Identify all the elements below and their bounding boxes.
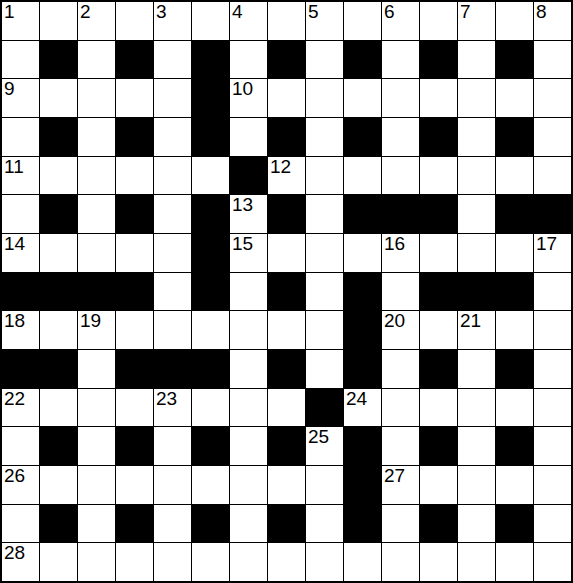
cell-r3c10[interactable]: [344, 79, 381, 117]
block-cell-r14c10: [344, 505, 381, 543]
cell-r5c13[interactable]: [458, 157, 495, 195]
cell-r6c13[interactable]: [458, 195, 495, 233]
cell-r15c12[interactable]: [420, 543, 457, 581]
cell-r14c1[interactable]: [2, 505, 39, 543]
cell-r1c13[interactable]: 7: [458, 2, 495, 40]
cell-r3c3[interactable]: [78, 79, 115, 117]
block-cell-r12c8: [268, 427, 305, 465]
cell-r1c8[interactable]: [268, 2, 305, 40]
block-cell-r2c6: [192, 41, 229, 79]
cell-r7c2[interactable]: [40, 234, 77, 272]
block-cell-r8c2: [40, 273, 77, 311]
cell-r8c7[interactable]: [230, 273, 267, 311]
cell-r11c1[interactable]: 22: [2, 389, 39, 427]
cell-r8c15[interactable]: [534, 273, 571, 311]
cell-r5c4[interactable]: [116, 157, 153, 195]
block-cell-r4c6: [192, 118, 229, 156]
cell-r13c3[interactable]: [78, 466, 115, 504]
cell-r9c1[interactable]: 18: [2, 311, 39, 349]
clue-number-14: 14: [4, 234, 25, 254]
block-cell-r2c10: [344, 41, 381, 79]
clue-number-11: 11: [4, 157, 24, 177]
cell-r7c10[interactable]: [344, 234, 381, 272]
block-cell-r10c12: [420, 350, 457, 388]
cell-r14c3[interactable]: [78, 505, 115, 543]
cell-r1c15[interactable]: 8: [534, 2, 571, 40]
cell-r7c14[interactable]: [496, 234, 533, 272]
cell-r2c9[interactable]: [306, 41, 343, 79]
cell-r7c15[interactable]: 17: [534, 234, 571, 272]
cell-r11c6[interactable]: [192, 389, 229, 427]
cell-r1c2[interactable]: [40, 2, 77, 40]
clue-number-21: 21: [460, 311, 481, 331]
cell-r9c15[interactable]: [534, 311, 571, 349]
cell-r7c7[interactable]: 15: [230, 234, 267, 272]
block-cell-r6c8: [268, 195, 305, 233]
block-cell-r12c10: [344, 427, 381, 465]
cell-r3c8[interactable]: [268, 79, 305, 117]
cell-r10c3[interactable]: [78, 350, 115, 388]
cell-r7c3[interactable]: [78, 234, 115, 272]
block-cell-r10c14: [496, 350, 533, 388]
cell-r11c8[interactable]: [268, 389, 305, 427]
cell-r8c11[interactable]: [382, 273, 419, 311]
cell-r11c10[interactable]: 24: [344, 389, 381, 427]
cell-r1c4[interactable]: [116, 2, 153, 40]
clue-number-6: 6: [384, 2, 395, 22]
cell-r13c8[interactable]: [268, 466, 305, 504]
cell-r15c1[interactable]: 28: [2, 543, 39, 581]
cell-r9c4[interactable]: [116, 311, 153, 349]
cell-r13c7[interactable]: [230, 466, 267, 504]
cell-r11c15[interactable]: [534, 389, 571, 427]
cell-r11c14[interactable]: [496, 389, 533, 427]
block-cell-r10c6: [192, 350, 229, 388]
cell-r13c9[interactable]: [306, 466, 343, 504]
block-cell-r12c12: [420, 427, 457, 465]
cell-r3c1[interactable]: 9: [2, 79, 39, 117]
cell-r3c7[interactable]: 10: [230, 79, 267, 117]
clue-number-13: 13: [232, 195, 253, 215]
cell-r12c1[interactable]: [2, 427, 39, 465]
block-cell-r8c13: [458, 273, 495, 311]
block-cell-r8c10: [344, 273, 381, 311]
clue-number-24: 24: [346, 389, 367, 409]
clue-number-18: 18: [4, 311, 25, 331]
clue-number-2: 2: [80, 2, 91, 22]
cell-r9c14[interactable]: [496, 311, 533, 349]
cell-r12c3[interactable]: [78, 427, 115, 465]
clue-number-25: 25: [308, 427, 329, 447]
cell-r3c11[interactable]: [382, 79, 419, 117]
block-cell-r6c2: [40, 195, 77, 233]
cell-r10c11[interactable]: [382, 350, 419, 388]
cell-r12c9[interactable]: 25: [306, 427, 343, 465]
clue-number-1: 1: [4, 2, 15, 22]
block-cell-r10c8: [268, 350, 305, 388]
cell-r5c5[interactable]: [154, 157, 191, 195]
cell-r2c1[interactable]: [2, 41, 39, 79]
cell-r5c8[interactable]: 12: [268, 157, 305, 195]
cell-r11c11[interactable]: [382, 389, 419, 427]
block-cell-r14c12: [420, 505, 457, 543]
cell-r12c7[interactable]: [230, 427, 267, 465]
block-cell-r8c8: [268, 273, 305, 311]
block-cell-r7c6: [192, 234, 229, 272]
clue-number-4: 4: [232, 2, 243, 22]
cell-r11c4[interactable]: [116, 389, 153, 427]
cell-r11c5[interactable]: 23: [154, 389, 191, 427]
cell-r14c15[interactable]: [534, 505, 571, 543]
block-cell-r12c14: [496, 427, 533, 465]
cell-r11c12[interactable]: [420, 389, 457, 427]
cell-r15c15[interactable]: [534, 543, 571, 581]
cell-r14c13[interactable]: [458, 505, 495, 543]
block-cell-r12c2: [40, 427, 77, 465]
cell-r1c11[interactable]: 6: [382, 2, 419, 40]
cell-r6c1[interactable]: [2, 195, 39, 233]
block-cell-r8c4: [116, 273, 153, 311]
cell-r15c14[interactable]: [496, 543, 533, 581]
cell-r9c9[interactable]: [306, 311, 343, 349]
cell-r11c2[interactable]: [40, 389, 77, 427]
block-cell-r6c11: [382, 195, 419, 233]
cell-r7c4[interactable]: [116, 234, 153, 272]
clue-number-20: 20: [384, 311, 405, 331]
cell-r1c10[interactable]: [344, 2, 381, 40]
cell-r9c3[interactable]: 19: [78, 311, 115, 349]
block-cell-r3c6: [192, 79, 229, 117]
cell-r1c1[interactable]: 1: [2, 2, 39, 40]
cell-r3c4[interactable]: [116, 79, 153, 117]
cell-r11c7[interactable]: [230, 389, 267, 427]
block-cell-r10c4: [116, 350, 153, 388]
cell-r2c5[interactable]: [154, 41, 191, 79]
block-cell-r2c12: [420, 41, 457, 79]
cell-r10c15[interactable]: [534, 350, 571, 388]
clue-number-9: 9: [4, 79, 15, 99]
cell-r15c7[interactable]: [230, 543, 267, 581]
cell-r15c6[interactable]: [192, 543, 229, 581]
block-cell-r2c14: [496, 41, 533, 79]
cell-r13c13[interactable]: [458, 466, 495, 504]
cell-r15c11[interactable]: [382, 543, 419, 581]
cell-r3c2[interactable]: [40, 79, 77, 117]
block-cell-r6c6: [192, 195, 229, 233]
cell-r12c15[interactable]: [534, 427, 571, 465]
cell-r9c8[interactable]: [268, 311, 305, 349]
cell-r9c6[interactable]: [192, 311, 229, 349]
cell-r7c5[interactable]: [154, 234, 191, 272]
cell-r12c13[interactable]: [458, 427, 495, 465]
cell-r15c4[interactable]: [116, 543, 153, 581]
cell-r3c13[interactable]: [458, 79, 495, 117]
block-cell-r10c1: [2, 350, 39, 388]
clue-number-19: 19: [80, 311, 101, 331]
cell-r13c2[interactable]: [40, 466, 77, 504]
cell-r10c7[interactable]: [230, 350, 267, 388]
cell-r14c11[interactable]: [382, 505, 419, 543]
cell-r8c9[interactable]: [306, 273, 343, 311]
cell-r6c3[interactable]: [78, 195, 115, 233]
cell-r14c5[interactable]: [154, 505, 191, 543]
block-cell-r14c6: [192, 505, 229, 543]
clue-number-23: 23: [156, 389, 177, 409]
cell-r9c5[interactable]: [154, 311, 191, 349]
block-cell-r8c6: [192, 273, 229, 311]
clue-number-10: 10: [232, 79, 253, 99]
block-cell-r6c14: [496, 195, 533, 233]
clue-number-27: 27: [384, 466, 405, 486]
cell-r5c15[interactable]: [534, 157, 571, 195]
cell-r11c3[interactable]: [78, 389, 115, 427]
cell-r5c2[interactable]: [40, 157, 77, 195]
clue-number-8: 8: [536, 2, 547, 22]
cell-r9c2[interactable]: [40, 311, 77, 349]
cell-r5c3[interactable]: [78, 157, 115, 195]
cell-r13c1[interactable]: 26: [2, 466, 39, 504]
block-cell-r13c10: [344, 466, 381, 504]
cell-r10c9[interactable]: [306, 350, 343, 388]
clue-number-22: 22: [4, 389, 25, 409]
cell-r1c6[interactable]: [192, 2, 229, 40]
block-cell-r6c10: [344, 195, 381, 233]
block-cell-r8c12: [420, 273, 457, 311]
cell-r15c8[interactable]: [268, 543, 305, 581]
cell-r4c9[interactable]: [306, 118, 343, 156]
clue-number-16: 16: [384, 234, 405, 254]
block-cell-r8c3: [78, 273, 115, 311]
cell-r7c11[interactable]: 16: [382, 234, 419, 272]
block-cell-r4c14: [496, 118, 533, 156]
cell-r14c9[interactable]: [306, 505, 343, 543]
cell-r6c5[interactable]: [154, 195, 191, 233]
block-cell-r12c4: [116, 427, 153, 465]
block-cell-r4c10: [344, 118, 381, 156]
block-cell-r10c5: [154, 350, 191, 388]
block-cell-r2c2: [40, 41, 77, 79]
block-cell-r10c10: [344, 350, 381, 388]
cell-r15c5[interactable]: [154, 543, 191, 581]
cell-r15c2[interactable]: [40, 543, 77, 581]
cell-r5c6[interactable]: [192, 157, 229, 195]
cell-r5c11[interactable]: [382, 157, 419, 195]
block-cell-r4c12: [420, 118, 457, 156]
cell-r12c11[interactable]: [382, 427, 419, 465]
block-cell-r10c2: [40, 350, 77, 388]
cell-r6c7[interactable]: 13: [230, 195, 267, 233]
cell-r15c10[interactable]: [344, 543, 381, 581]
cell-r13c12[interactable]: [420, 466, 457, 504]
block-cell-r14c4: [116, 505, 153, 543]
cell-r3c15[interactable]: [534, 79, 571, 117]
block-cell-r9c10: [344, 311, 381, 349]
block-cell-r6c12: [420, 195, 457, 233]
cell-r13c15[interactable]: [534, 466, 571, 504]
block-cell-r4c8: [268, 118, 305, 156]
cell-r3c12[interactable]: [420, 79, 457, 117]
block-cell-r5c7: [230, 157, 267, 195]
cell-r5c12[interactable]: [420, 157, 457, 195]
block-cell-r8c1: [2, 273, 39, 311]
cell-r7c12[interactable]: [420, 234, 457, 272]
cell-r15c9[interactable]: [306, 543, 343, 581]
cell-r13c4[interactable]: [116, 466, 153, 504]
cell-r10c13[interactable]: [458, 350, 495, 388]
block-cell-r8c14: [496, 273, 533, 311]
block-cell-r6c15: [534, 195, 571, 233]
cell-r1c5[interactable]: 3: [154, 2, 191, 40]
cell-r7c8[interactable]: [268, 234, 305, 272]
cell-r5c9[interactable]: [306, 157, 343, 195]
block-cell-r14c2: [40, 505, 77, 543]
cell-r2c11[interactable]: [382, 41, 419, 79]
cell-r8c5[interactable]: [154, 273, 191, 311]
cell-r1c12[interactable]: [420, 2, 457, 40]
cell-r1c7[interactable]: 4: [230, 2, 267, 40]
cell-r1c9[interactable]: 5: [306, 2, 343, 40]
clue-number-12: 12: [270, 157, 291, 177]
clue-number-15: 15: [232, 234, 253, 254]
cell-r4c7[interactable]: [230, 118, 267, 156]
cell-r4c15[interactable]: [534, 118, 571, 156]
block-cell-r11c9: [306, 389, 343, 427]
cell-r4c1[interactable]: [2, 118, 39, 156]
block-cell-r6c4: [116, 195, 153, 233]
clue-number-26: 26: [4, 466, 25, 486]
cell-r13c5[interactable]: [154, 466, 191, 504]
block-cell-r14c14: [496, 505, 533, 543]
cell-r9c7[interactable]: [230, 311, 267, 349]
cell-r2c3[interactable]: [78, 41, 115, 79]
cell-r7c1[interactable]: 14: [2, 234, 39, 272]
crossword-grid: 1234567891011121314151617181920212223242…: [0, 0, 573, 583]
cell-r3c5[interactable]: [154, 79, 191, 117]
cell-r3c14[interactable]: [496, 79, 533, 117]
cell-r15c13[interactable]: [458, 543, 495, 581]
cell-r13c6[interactable]: [192, 466, 229, 504]
cell-r2c13[interactable]: [458, 41, 495, 79]
cell-r11c13[interactable]: [458, 389, 495, 427]
clue-number-28: 28: [4, 543, 25, 563]
cell-r4c13[interactable]: [458, 118, 495, 156]
block-cell-r2c8: [268, 41, 305, 79]
cell-r14c7[interactable]: [230, 505, 267, 543]
clue-number-5: 5: [308, 2, 319, 22]
cell-r9c12[interactable]: [420, 311, 457, 349]
cell-r4c3[interactable]: [78, 118, 115, 156]
cell-r1c14[interactable]: [496, 2, 533, 40]
cell-r2c15[interactable]: [534, 41, 571, 79]
block-cell-r12c6: [192, 427, 229, 465]
clue-number-3: 3: [156, 2, 167, 22]
block-cell-r4c4: [116, 118, 153, 156]
cell-r2c7[interactable]: [230, 41, 267, 79]
cell-r5c1[interactable]: 11: [2, 157, 39, 195]
block-cell-r14c8: [268, 505, 305, 543]
cell-r12c5[interactable]: [154, 427, 191, 465]
cell-r7c13[interactable]: [458, 234, 495, 272]
cell-r7c9[interactable]: [306, 234, 343, 272]
cell-r5c14[interactable]: [496, 157, 533, 195]
cell-r5c10[interactable]: [344, 157, 381, 195]
cell-r6c9[interactable]: [306, 195, 343, 233]
cell-r4c5[interactable]: [154, 118, 191, 156]
cell-r13c11[interactable]: 27: [382, 466, 419, 504]
cell-r15c3[interactable]: [78, 543, 115, 581]
clue-number-7: 7: [460, 2, 471, 22]
cell-r9c11[interactable]: 20: [382, 311, 419, 349]
block-cell-r4c2: [40, 118, 77, 156]
cell-r9c13[interactable]: 21: [458, 311, 495, 349]
cell-r4c11[interactable]: [382, 118, 419, 156]
block-cell-r2c4: [116, 41, 153, 79]
cell-r1c3[interactable]: 2: [78, 2, 115, 40]
clue-number-17: 17: [536, 234, 557, 254]
cell-r3c9[interactable]: [306, 79, 343, 117]
cell-r13c14[interactable]: [496, 466, 533, 504]
